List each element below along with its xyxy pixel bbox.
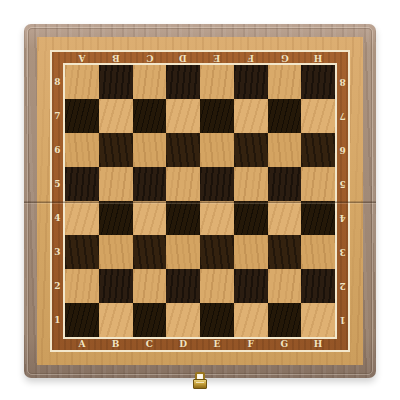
square-h4[interactable] (301, 201, 335, 235)
file-label-bottom-g: G (268, 339, 302, 350)
rank-label-left-5: 5 (52, 167, 63, 201)
rank-label-right-8: 8 (337, 65, 348, 99)
square-b7[interactable] (99, 99, 133, 133)
file-labels-bottom: ABCDEFGH (65, 339, 335, 350)
square-b3[interactable] (99, 235, 133, 269)
square-e2[interactable] (200, 269, 234, 303)
square-c7[interactable] (133, 99, 167, 133)
rank-label-left-8: 8 (52, 65, 63, 99)
file-label-bottom-d: D (166, 339, 200, 350)
square-a2[interactable] (65, 269, 99, 303)
rank-label-right-4: 4 (337, 201, 348, 235)
square-a8[interactable] (65, 65, 99, 99)
square-b2[interactable] (99, 269, 133, 303)
square-g2[interactable] (268, 269, 302, 303)
square-d2[interactable] (166, 269, 200, 303)
square-g7[interactable] (268, 99, 302, 133)
brass-latch-base (193, 379, 207, 389)
square-c8[interactable] (133, 65, 167, 99)
square-b5[interactable] (99, 167, 133, 201)
square-d5[interactable] (166, 167, 200, 201)
square-h2[interactable] (301, 269, 335, 303)
square-g1[interactable] (268, 303, 302, 337)
photo-canvas: ABCDEFGH ABCDEFGH 87654321 87654321 (0, 0, 400, 400)
square-e3[interactable] (200, 235, 234, 269)
square-b1[interactable] (99, 303, 133, 337)
file-label-bottom-c: C (133, 339, 167, 350)
rank-label-right-6: 6 (337, 133, 348, 167)
square-d8[interactable] (166, 65, 200, 99)
file-label-bottom-a: A (65, 339, 99, 350)
square-h8[interactable] (301, 65, 335, 99)
square-f6[interactable] (234, 133, 268, 167)
file-label-top-f: F (234, 52, 268, 63)
square-f4[interactable] (234, 201, 268, 235)
square-g6[interactable] (268, 133, 302, 167)
square-a3[interactable] (65, 235, 99, 269)
square-h7[interactable] (301, 99, 335, 133)
rank-label-left-3: 3 (52, 235, 63, 269)
square-g8[interactable] (268, 65, 302, 99)
square-h6[interactable] (301, 133, 335, 167)
file-label-bottom-h: H (301, 339, 335, 350)
square-e8[interactable] (200, 65, 234, 99)
square-g3[interactable] (268, 235, 302, 269)
square-h3[interactable] (301, 235, 335, 269)
file-label-top-e: E (200, 52, 234, 63)
rank-label-right-5: 5 (337, 167, 348, 201)
square-f8[interactable] (234, 65, 268, 99)
rank-label-right-1: 1 (337, 303, 348, 337)
square-d1[interactable] (166, 303, 200, 337)
rank-label-left-4: 4 (52, 201, 63, 235)
file-labels-top: ABCDEFGH (65, 52, 335, 63)
square-h1[interactable] (301, 303, 335, 337)
file-label-bottom-f: F (234, 339, 268, 350)
square-c5[interactable] (133, 167, 167, 201)
rank-label-left-1: 1 (52, 303, 63, 337)
square-e4[interactable] (200, 201, 234, 235)
rank-label-left-7: 7 (52, 99, 63, 133)
square-c6[interactable] (133, 133, 167, 167)
square-e6[interactable] (200, 133, 234, 167)
square-g5[interactable] (268, 167, 302, 201)
file-label-top-a: A (65, 52, 99, 63)
file-label-bottom-b: B (99, 339, 133, 350)
square-a5[interactable] (65, 167, 99, 201)
square-f2[interactable] (234, 269, 268, 303)
square-a6[interactable] (65, 133, 99, 167)
square-a1[interactable] (65, 303, 99, 337)
square-a7[interactable] (65, 99, 99, 133)
rank-label-left-2: 2 (52, 269, 63, 303)
fold-seam (24, 201, 376, 204)
square-d4[interactable] (166, 201, 200, 235)
file-label-top-d: D (166, 52, 200, 63)
rank-label-left-6: 6 (52, 133, 63, 167)
chess-box: ABCDEFGH ABCDEFGH 87654321 87654321 (24, 24, 376, 378)
square-e5[interactable] (200, 167, 234, 201)
square-b6[interactable] (99, 133, 133, 167)
rank-label-right-3: 3 (337, 235, 348, 269)
square-a4[interactable] (65, 201, 99, 235)
square-d3[interactable] (166, 235, 200, 269)
brass-latch (193, 372, 207, 390)
square-e7[interactable] (200, 99, 234, 133)
square-f5[interactable] (234, 167, 268, 201)
square-g4[interactable] (268, 201, 302, 235)
square-h5[interactable] (301, 167, 335, 201)
square-c2[interactable] (133, 269, 167, 303)
square-c1[interactable] (133, 303, 167, 337)
file-label-top-c: C (133, 52, 167, 63)
file-label-bottom-e: E (200, 339, 234, 350)
rank-label-right-2: 2 (337, 269, 348, 303)
square-e1[interactable] (200, 303, 234, 337)
file-label-top-b: B (99, 52, 133, 63)
file-label-top-h: H (301, 52, 335, 63)
square-d6[interactable] (166, 133, 200, 167)
square-f1[interactable] (234, 303, 268, 337)
file-label-top-g: G (268, 52, 302, 63)
square-b4[interactable] (99, 201, 133, 235)
square-f3[interactable] (234, 235, 268, 269)
rank-label-right-7: 7 (337, 99, 348, 133)
square-c3[interactable] (133, 235, 167, 269)
square-f7[interactable] (234, 99, 268, 133)
square-d7[interactable] (166, 99, 200, 133)
square-c4[interactable] (133, 201, 167, 235)
square-b8[interactable] (99, 65, 133, 99)
